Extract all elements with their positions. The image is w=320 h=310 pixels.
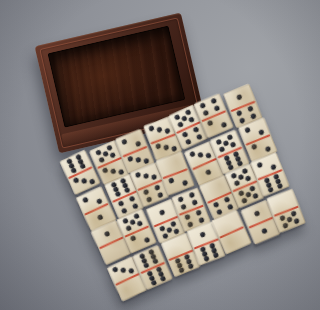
photo-scene [0,0,320,310]
photo-vignette [0,0,320,310]
